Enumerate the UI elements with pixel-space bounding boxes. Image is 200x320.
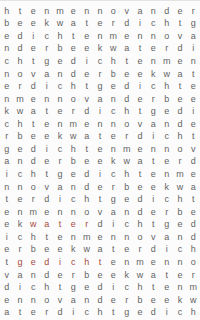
grid-cell: w [27, 219, 40, 232]
grid-cell: b [173, 206, 186, 219]
grid-cell: r [187, 5, 200, 18]
grid-cell: o [160, 30, 173, 43]
grid-cell: e [40, 131, 53, 144]
grid-cell: e [133, 93, 146, 106]
grid-cell: o [133, 231, 146, 244]
grid-cell: r [160, 206, 173, 219]
grid-cell: d [173, 105, 186, 118]
grid-cell: a [147, 269, 160, 282]
grid-cell: g [187, 18, 200, 31]
grid-cell: o [187, 256, 200, 269]
grid-cell: b [27, 244, 40, 257]
grid-cell: d [133, 193, 146, 206]
grid-cell: d [160, 5, 173, 18]
grid-cell: n [40, 93, 53, 106]
grid-cell: e [13, 143, 26, 156]
grid-cell: d [93, 281, 106, 294]
grid-cell: h [80, 193, 93, 206]
grid-cell: i [27, 30, 40, 43]
grid-cell: d [133, 131, 146, 144]
grid-cell: e [93, 269, 106, 282]
grid-cell: d [27, 156, 40, 169]
grid-cell: n [80, 294, 93, 307]
grid-cell: e [147, 206, 160, 219]
grid-cell: m [120, 143, 133, 156]
grid-cell: h [93, 306, 106, 319]
grid-cell: v [0, 269, 13, 282]
grid-cell: e [187, 80, 200, 93]
grid-cell: e [67, 43, 80, 56]
grid-cell: e [80, 43, 93, 56]
grid-cell: e [13, 193, 26, 206]
grid-cell: t [147, 219, 160, 232]
grid-cell: i [133, 18, 146, 31]
grid-cell: e [133, 55, 146, 68]
grid-cell: d [120, 93, 133, 106]
grid-cell: r [160, 43, 173, 56]
grid-cell: n [173, 256, 186, 269]
grid-cell: b [80, 269, 93, 282]
grid-cell: w [133, 269, 146, 282]
grid-cell: r [40, 306, 53, 319]
grid-cell: e [80, 30, 93, 43]
grid-cell: g [160, 219, 173, 232]
grid-cell: t [93, 193, 106, 206]
grid-cell: h [67, 80, 80, 93]
grid-cell: b [160, 93, 173, 106]
grid-cell: h [27, 168, 40, 181]
grid-cell: k [40, 18, 53, 31]
grid-cell: d [40, 193, 53, 206]
grid-cell: r [67, 269, 80, 282]
grid-cell: e [40, 206, 53, 219]
grid-cell: a [147, 118, 160, 131]
grid-cell: n [27, 294, 40, 307]
grid-cell: i [0, 231, 13, 244]
grid-cell: e [147, 168, 160, 181]
grid-cell: t [0, 193, 13, 206]
grid-cell: d [173, 118, 186, 131]
grid-cell: e [120, 30, 133, 43]
grid-cell: d [173, 43, 186, 56]
grid-cell: n [53, 68, 66, 81]
grid-cell: h [0, 5, 13, 18]
grid-cell: e [40, 244, 53, 257]
grid-cell: e [147, 294, 160, 307]
grid-cell: g [0, 143, 13, 156]
grid-cell: h [133, 219, 146, 232]
grid-cell: d [13, 30, 26, 43]
grid-cell: b [67, 156, 80, 169]
grid-cell: n [173, 281, 186, 294]
grid-cell: m [80, 231, 93, 244]
grid-cell: m [67, 118, 80, 131]
grid-cell: d [80, 181, 93, 194]
grid-cell: n [147, 5, 160, 18]
grid-cell: t [160, 269, 173, 282]
grid-cell: a [187, 181, 200, 194]
grid-cell: w [53, 18, 66, 31]
grid-cell: n [120, 206, 133, 219]
grid-cell: h [120, 168, 133, 181]
grid-cell: c [160, 131, 173, 144]
grid-cell: g [93, 80, 106, 93]
grid-cell: t [80, 18, 93, 31]
grid-cell: c [93, 55, 106, 68]
grid-cell: e [160, 105, 173, 118]
grid-cell: d [187, 156, 200, 169]
grid-cell: b [133, 294, 146, 307]
grid-cell: t [40, 231, 53, 244]
grid-cell: k [147, 68, 160, 81]
grid-cell: a [133, 5, 146, 18]
grid-cell: n [147, 143, 160, 156]
grid-cell: t [147, 281, 160, 294]
grid-cell: n [67, 206, 80, 219]
grid-cell: e [120, 244, 133, 257]
grid-cell: e [80, 156, 93, 169]
grid-cell: e [0, 294, 13, 307]
grid-cell: e [67, 219, 80, 232]
grid-cell: a [187, 30, 200, 43]
grid-cell: v [120, 5, 133, 18]
grid-cell: h [120, 105, 133, 118]
grid-cell: i [0, 168, 13, 181]
grid-cell: r [13, 244, 26, 257]
grid-cell: d [53, 306, 66, 319]
grid-cell: t [187, 131, 200, 144]
grid-cell: n [13, 181, 26, 194]
grid-cell: t [173, 18, 186, 31]
grid-cell: i [67, 306, 80, 319]
grid-cell: m [133, 256, 146, 269]
grid-cell: n [187, 55, 200, 68]
grid-cell: e [107, 269, 120, 282]
grid-cell: e [27, 43, 40, 56]
grid-cell: e [173, 55, 186, 68]
grid-cell: e [40, 118, 53, 131]
grid-cell: r [93, 68, 106, 81]
grid-cell: n [13, 156, 26, 169]
grid-cell: d [147, 306, 160, 319]
grid-cell: t [93, 131, 106, 144]
grid-cell: e [27, 93, 40, 106]
grid-cell: a [120, 43, 133, 56]
grid-cell: v [93, 206, 106, 219]
grid-cell: t [53, 219, 66, 232]
grid-cell: i [93, 105, 106, 118]
grid-cell: n [53, 118, 66, 131]
grid-cell: t [120, 55, 133, 68]
grid-cell: d [27, 80, 40, 93]
grid-cell: e [27, 306, 40, 319]
grid-cell: c [53, 80, 66, 93]
grid-cell: t [107, 244, 120, 257]
grid-cell: o [67, 93, 80, 106]
grid-cell: k [0, 105, 13, 118]
grid-cell: n [27, 269, 40, 282]
grid-cell: d [120, 18, 133, 31]
grid-cell: i [187, 43, 200, 56]
grid-cell: d [40, 269, 53, 282]
grid-cell: c [40, 30, 53, 43]
grid-cell: e [133, 306, 146, 319]
grid-cell: e [133, 68, 146, 81]
grid-cell: t [173, 80, 186, 93]
grid-cell: c [120, 281, 133, 294]
grid-cell: t [187, 68, 200, 81]
grid-cell: r [40, 43, 53, 56]
grid-cell: e [160, 156, 173, 169]
grid-cell: r [107, 181, 120, 194]
grid-cell: b [120, 181, 133, 194]
grid-cell: h [13, 118, 26, 131]
grid-cell: e [67, 5, 80, 18]
puzzle-page: htenmennovanderbeekwaterdichtgedichtenme… [0, 0, 200, 320]
grid-cell: r [67, 105, 80, 118]
grid-cell: e [0, 206, 13, 219]
grid-cell: w [107, 43, 120, 56]
grid-cell: e [187, 206, 200, 219]
grid-cell: n [40, 5, 53, 18]
grid-cell: m [107, 30, 120, 43]
grid-cell: n [133, 30, 146, 43]
grid-cell: e [93, 231, 106, 244]
grid-cell: c [0, 118, 13, 131]
grid-cell: r [120, 131, 133, 144]
grid-cell: i [187, 105, 200, 118]
grid-cell: c [147, 80, 160, 93]
grid-cell: e [53, 269, 66, 282]
grid-cell: i [160, 244, 173, 257]
grid-cell: i [93, 168, 106, 181]
grid-cell: d [27, 143, 40, 156]
grid-cell: e [120, 68, 133, 81]
grid-cell: n [107, 143, 120, 156]
grid-cell: t [40, 105, 53, 118]
grid-cell: d [67, 55, 80, 68]
grid-cell: n [0, 181, 13, 194]
grid-cell: n [0, 93, 13, 106]
grid-cell: n [160, 256, 173, 269]
grid-cell: e [173, 5, 186, 18]
grid-cell: t [13, 306, 26, 319]
grid-cell: v [173, 30, 186, 43]
grid-cell: e [0, 80, 13, 93]
grid-cell: k [120, 269, 133, 282]
grid-cell: c [67, 193, 80, 206]
grid-cell: h [160, 18, 173, 31]
grid-cell: d [80, 105, 93, 118]
grid-cell: g [13, 256, 26, 269]
grid-cell: e [133, 143, 146, 156]
grid-cell: i [40, 143, 53, 156]
grid-cell: o [80, 206, 93, 219]
grid-cell: e [27, 18, 40, 31]
grid-cell: a [93, 244, 106, 257]
grid-cell: c [0, 55, 13, 68]
grid-cell: e [133, 181, 146, 194]
grid-cell: e [53, 231, 66, 244]
grid-cell: r [107, 18, 120, 31]
grid-cell: e [147, 181, 160, 194]
grid-cell: o [107, 5, 120, 18]
grid-cell: c [173, 306, 186, 319]
grid-cell: a [80, 131, 93, 144]
grid-cell: n [160, 168, 173, 181]
grid-cell: d [13, 43, 26, 56]
grid-cell: h [27, 231, 40, 244]
grid-cell: k [53, 131, 66, 144]
grid-cell: e [93, 156, 106, 169]
grid-cell: e [0, 244, 13, 257]
grid-cell: t [27, 55, 40, 68]
grid-cell: a [133, 156, 146, 169]
grid-cell: h [53, 30, 66, 43]
grid-cell: i [147, 193, 160, 206]
grid-cell: n [147, 55, 160, 68]
grid-cell: e [53, 244, 66, 257]
grid-cell: h [133, 281, 146, 294]
grid-cell: h [173, 131, 186, 144]
grid-cell: h [187, 244, 200, 257]
grid-cell: e [80, 281, 93, 294]
grid-cell: m [13, 93, 26, 106]
grid-cell: b [0, 18, 13, 31]
grid-cell: a [67, 294, 80, 307]
grid-cell: t [27, 118, 40, 131]
grid-cell: c [80, 306, 93, 319]
grid-cell: e [0, 30, 13, 43]
grid-cell: r [120, 294, 133, 307]
grid-cell: e [107, 131, 120, 144]
grid-cell: w [13, 105, 26, 118]
grid-cell: n [13, 294, 26, 307]
grid-cell: c [53, 143, 66, 156]
grid-cell: e [160, 281, 173, 294]
grid-cell: g [40, 55, 53, 68]
grid-cell: o [173, 143, 186, 156]
grid-cell: n [160, 143, 173, 156]
grid-cell: n [147, 30, 160, 43]
grid-cell: a [27, 105, 40, 118]
grid-cell: r [133, 244, 146, 257]
grid-cell: e [187, 118, 200, 131]
grid-cell: t [80, 80, 93, 93]
grid-cell: c [107, 168, 120, 181]
grid-cell: b [53, 43, 66, 56]
grid-cell: n [107, 118, 120, 131]
grid-cell: t [133, 43, 146, 56]
grid-cell: n [13, 206, 26, 219]
grid-cell: c [13, 231, 26, 244]
grid-cell: e [173, 269, 186, 282]
grid-cell: h [40, 281, 53, 294]
grid-cell: t [133, 168, 146, 181]
grid-cell: n [120, 231, 133, 244]
grid-cell: h [187, 306, 200, 319]
grid-cell: d [0, 281, 13, 294]
grid-cell: e [67, 168, 80, 181]
grid-cell: n [0, 43, 13, 56]
grid-cell: a [53, 181, 66, 194]
grid-cell: e [27, 5, 40, 18]
grid-cell: n [107, 231, 120, 244]
grid-cell: r [0, 131, 13, 144]
grid-cell: e [80, 68, 93, 81]
grid-cell: t [107, 306, 120, 319]
grid-cell: o [27, 181, 40, 194]
grid-cell: h [160, 80, 173, 93]
grid-cell: t [0, 256, 13, 269]
grid-cell: m [160, 55, 173, 68]
grid-cell: d [93, 219, 106, 232]
grid-cell: n [120, 256, 133, 269]
grid-cell: v [80, 93, 93, 106]
grid-cell: t [93, 256, 106, 269]
grid-cell: e [53, 105, 66, 118]
grid-cell: a [160, 231, 173, 244]
grid-cell: i [13, 281, 26, 294]
grid-cell: a [13, 269, 26, 282]
grid-cell: o [120, 118, 133, 131]
grid-cell: o [13, 68, 26, 81]
grid-cell: c [147, 18, 160, 31]
grid-cell: e [173, 219, 186, 232]
grid-cell: d [40, 256, 53, 269]
grid-cell: m [27, 206, 40, 219]
grid-cell: t [53, 281, 66, 294]
grid-cell: e [93, 181, 106, 194]
grid-cell: e [120, 193, 133, 206]
grid-cell: t [67, 30, 80, 43]
grid-cell: v [53, 294, 66, 307]
grid-cell: a [93, 93, 106, 106]
grid-cell: r [147, 93, 160, 106]
grid-cell: m [187, 281, 200, 294]
grid-cell: d [120, 80, 133, 93]
grid-cell: e [0, 219, 13, 232]
grid-cell: t [147, 156, 160, 169]
grid-cell: k [13, 219, 26, 232]
grid-cell: w [187, 294, 200, 307]
grid-cell: c [27, 281, 40, 294]
grid-cell: r [187, 269, 200, 282]
grid-cell: e [13, 18, 26, 31]
grid-cell: e [107, 256, 120, 269]
grid-cell: d [80, 168, 93, 181]
grid-cell: k [93, 43, 106, 56]
grid-cell: e [160, 294, 173, 307]
grid-cell: w [160, 68, 173, 81]
grid-cell: h [80, 256, 93, 269]
grid-cell: k [173, 294, 186, 307]
grid-cell: k [160, 181, 173, 194]
grid-cell: m [53, 5, 66, 18]
grid-cell: k [67, 244, 80, 257]
grid-cell: c [67, 256, 80, 269]
grid-cell: t [133, 105, 146, 118]
letter-grid: htenmennovanderbeekwaterdichtgedichtenme… [0, 5, 200, 319]
grid-cell: t [187, 193, 200, 206]
grid-cell: g [147, 105, 160, 118]
grid-cell: e [147, 43, 160, 56]
grid-cell: i [107, 281, 120, 294]
grid-cell: e [80, 118, 93, 131]
grid-cell: b [107, 68, 120, 81]
grid-cell: c [160, 193, 173, 206]
grid-cell: n [80, 5, 93, 18]
